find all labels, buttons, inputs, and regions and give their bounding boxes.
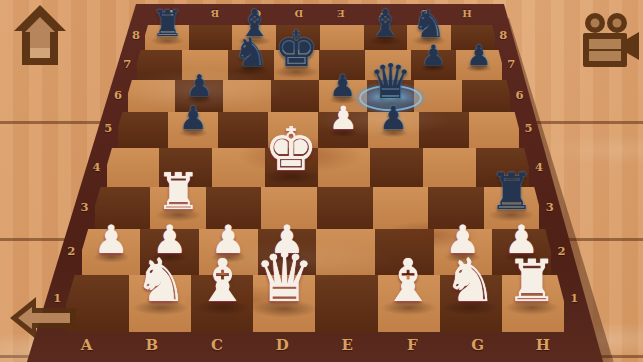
- rank-label-right-7: 7: [507, 57, 515, 71]
- black-pawn-b5[interactable]: ♟: [179, 102, 208, 134]
- rank-label-left-2: 2: [67, 244, 75, 258]
- back-button[interactable]: [9, 296, 78, 340]
- black-knight-g8[interactable]: ♞: [412, 5, 446, 43]
- rank-label-right-3: 3: [546, 200, 554, 214]
- white-bishop-f1[interactable]: ♝: [382, 251, 435, 310]
- square-e3[interactable]: [317, 187, 373, 229]
- file-label-top-B: B: [211, 8, 219, 19]
- square-g5[interactable]: [419, 112, 469, 148]
- black-knight-c7[interactable]: ♞: [233, 32, 269, 72]
- white-bishop-c1[interactable]: ♝: [196, 251, 249, 310]
- back-arrow-icon: [9, 296, 78, 340]
- square-g4[interactable]: [423, 148, 476, 188]
- black-pawn-g7[interactable]: ♟: [421, 42, 446, 70]
- file-label-bottom-C: C: [211, 336, 223, 354]
- home-icon: [13, 4, 67, 66]
- rank-label-left-8: 8: [132, 28, 140, 42]
- game-screen: AABBCCDDEEFFGGHH8877665544332211 ♜♝♝♞♞♚♟…: [0, 0, 643, 362]
- file-label-top-E: E: [337, 8, 345, 19]
- square-e8[interactable]: [320, 25, 364, 50]
- white-king-d4[interactable]: ♚: [264, 119, 318, 179]
- square-f3[interactable]: [373, 187, 429, 229]
- square-d6[interactable]: [271, 80, 319, 112]
- square-h5[interactable]: [469, 112, 519, 148]
- black-bishop-f8[interactable]: ♝: [369, 5, 402, 42]
- square-a4[interactable]: [107, 148, 160, 188]
- black-king-d7[interactable]: ♚: [275, 25, 319, 74]
- square-f4[interactable]: [370, 148, 423, 188]
- square-b8[interactable]: [189, 25, 233, 50]
- black-pawn-h7[interactable]: ♟: [466, 42, 491, 70]
- rank-label-right-8: 8: [499, 28, 507, 42]
- black-pawn-b6[interactable]: ♟: [186, 71, 213, 101]
- square-c6[interactable]: [223, 80, 271, 112]
- rank-label-right-1: 1: [570, 291, 578, 305]
- home-button[interactable]: [13, 4, 67, 66]
- black-rook-a8[interactable]: ♜: [151, 6, 183, 42]
- square-a6[interactable]: [128, 80, 176, 112]
- white-knight-g1[interactable]: ♞: [443, 250, 497, 310]
- rank-label-left-5: 5: [104, 121, 112, 135]
- square-e2[interactable]: [316, 229, 375, 275]
- file-label-bottom-A: A: [81, 336, 93, 354]
- square-c4[interactable]: [212, 148, 265, 188]
- square-h6[interactable]: [462, 80, 510, 112]
- file-label-bottom-E: E: [342, 336, 353, 354]
- square-e4[interactable]: [318, 148, 371, 188]
- rank-label-left-4: 4: [92, 160, 100, 174]
- file-label-bottom-G: G: [471, 336, 484, 354]
- file-label-bottom-F: F: [407, 336, 418, 354]
- video-camera-icon: [580, 13, 640, 69]
- file-label-top-H: H: [463, 8, 472, 19]
- white-rook-h1[interactable]: ♜: [506, 252, 558, 310]
- rank-label-right-6: 6: [516, 88, 524, 102]
- square-a5[interactable]: [118, 112, 168, 148]
- white-pawn-e5[interactable]: ♟: [329, 102, 358, 134]
- square-a7[interactable]: [137, 50, 183, 80]
- camera-button[interactable]: [580, 13, 640, 69]
- white-pawn-a2[interactable]: ♟: [94, 220, 129, 259]
- file-label-top-D: D: [295, 8, 304, 19]
- white-rook-b3[interactable]: ♜: [156, 167, 201, 217]
- square-g6[interactable]: [414, 80, 462, 112]
- black-pawn-f5[interactable]: ♟: [379, 102, 408, 134]
- black-rook-h3[interactable]: ♜: [489, 167, 534, 217]
- black-pawn-e6[interactable]: ♟: [329, 71, 356, 101]
- rank-label-left-7: 7: [123, 57, 131, 71]
- file-label-bottom-B: B: [146, 336, 159, 354]
- white-knight-b1[interactable]: ♞: [134, 250, 188, 310]
- square-e1[interactable]: [315, 275, 377, 333]
- rank-label-right-5: 5: [524, 121, 532, 135]
- rank-label-right-4: 4: [535, 160, 543, 174]
- square-c5[interactable]: [218, 112, 268, 148]
- file-label-bottom-H: H: [536, 336, 550, 354]
- white-queen-d1[interactable]: ♛: [254, 244, 315, 312]
- rank-label-left-3: 3: [80, 200, 88, 214]
- rank-label-left-6: 6: [114, 88, 122, 102]
- file-label-bottom-D: D: [276, 336, 289, 354]
- rank-label-right-2: 2: [558, 244, 566, 258]
- black-queen-f6[interactable]: ♛: [369, 57, 412, 105]
